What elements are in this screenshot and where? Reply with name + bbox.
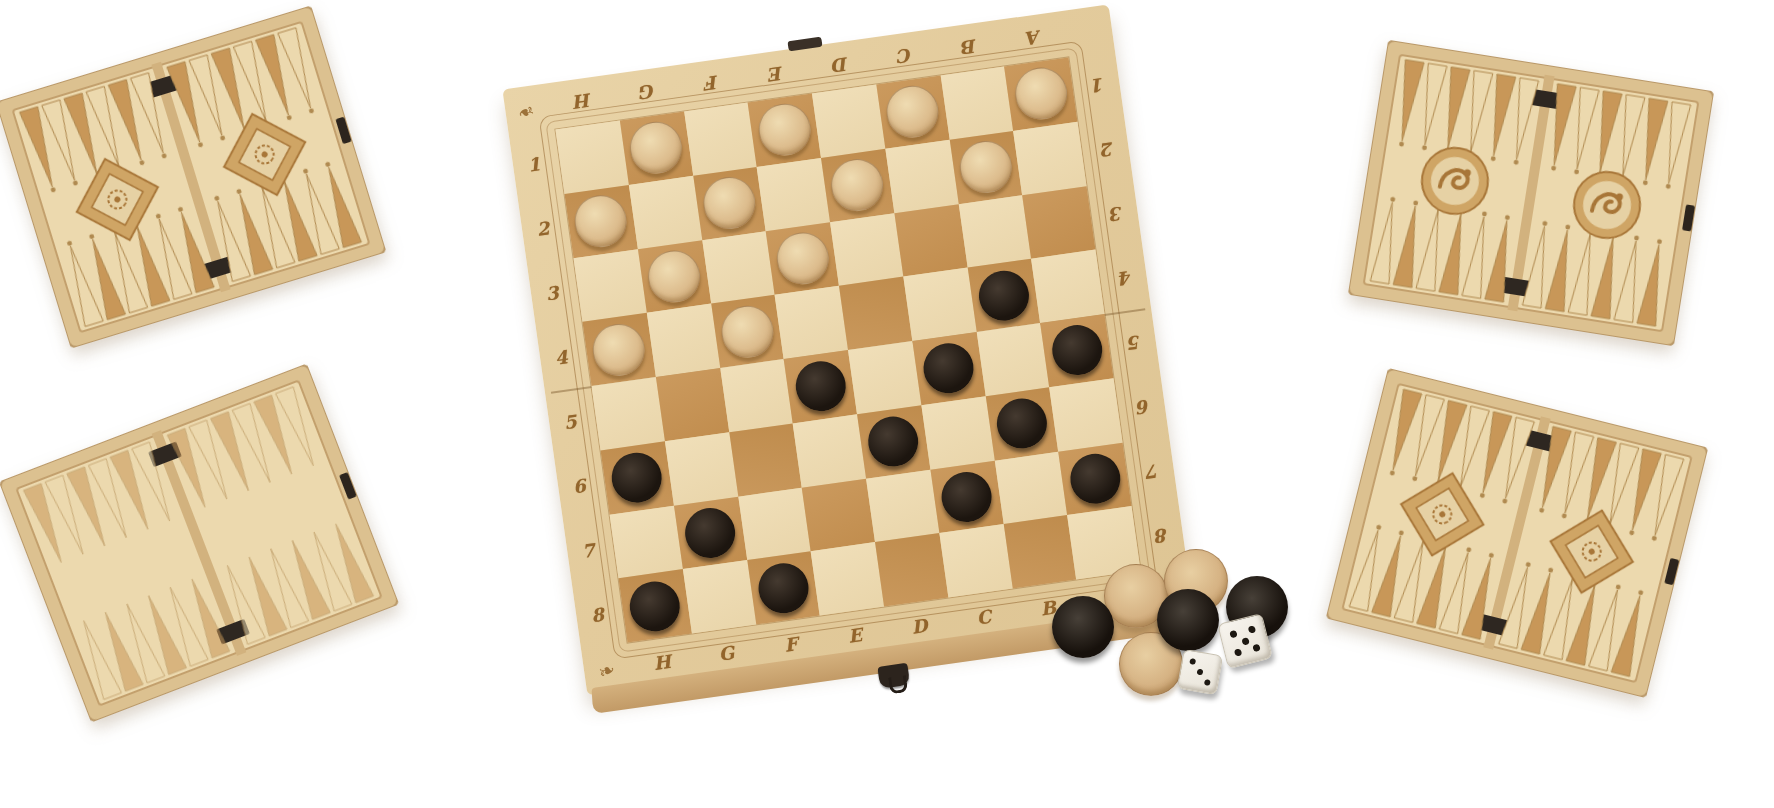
board-square [967,259,1040,332]
checker-light [572,192,631,251]
board-square [738,487,811,560]
backgammon-board-top-left [0,5,387,348]
board-square [812,85,885,158]
die-pip [1197,669,1204,676]
board-square [1058,442,1131,515]
corner-flourish-icon: ❧ [513,98,539,127]
checker-light [883,83,942,142]
rank-label: 6 [558,452,601,521]
checker-light [718,302,777,361]
rank-label: 2 [1086,115,1129,184]
checker-dark [1067,451,1123,507]
board-square [1031,250,1104,323]
board-square [784,350,857,423]
board-square [921,396,994,469]
clasp-icon [877,663,910,689]
board-square [610,505,683,578]
rank-label: 1 [1077,51,1120,120]
checker-dark [682,505,738,561]
board-square [802,478,875,551]
checker-light [700,174,759,233]
board-square [573,249,646,322]
rank-label: 3 [531,259,574,328]
rank-label: 2 [522,194,565,263]
product-photo-stage: HGFEDCBAHGFEDCBA1234567812345678 ❧ ❧ [0,0,1774,808]
checker-light [627,119,686,178]
checker-dark [792,358,848,414]
board-square [601,441,674,514]
board-square [839,277,912,350]
rank-label: 4 [540,323,583,392]
checker-light [645,247,704,306]
board-square [619,569,692,642]
file-label: D [807,47,875,82]
hinge-icon [787,37,822,52]
board-square [958,195,1031,268]
die [1177,649,1223,695]
checker-dark [609,449,665,505]
corner-flourish-icon: ❧ [594,656,619,685]
board-square [894,204,967,277]
board-square [848,341,921,414]
board-square [766,222,839,295]
board-square [903,268,976,341]
board-square [949,131,1022,204]
board-square [930,460,1003,533]
rank-label: 7 [1131,437,1174,506]
board-square [711,295,784,368]
checker-light [590,320,649,379]
board-square [811,542,884,615]
board-square [647,304,720,377]
board-square [1049,378,1122,451]
board-square [564,185,637,258]
file-label: B [935,29,1003,64]
checker-dark [865,413,921,469]
board-square [665,432,738,505]
file-label: H [549,83,617,118]
board-square [629,176,702,249]
backgammon-board-bottom-left [0,363,399,722]
checker-light [1012,65,1071,124]
backgammon-board-bottom-right [1326,368,1709,698]
board-square [748,94,821,167]
board-square [729,423,802,496]
board-square [555,121,628,194]
board-square [976,323,1049,396]
die-pip [1234,648,1242,656]
board-square [684,103,757,176]
checker-dark [627,578,683,634]
board-square [912,332,985,405]
board-square [1004,57,1077,130]
board-square [720,359,793,432]
rank-label: 4 [1104,244,1147,313]
die-pip [1204,679,1211,686]
file-label: A [1000,20,1068,55]
checker-dark [755,560,811,616]
backgammon-board-top-right [1348,40,1714,346]
die-pip [1248,625,1256,633]
board-square [747,551,820,624]
file-label: F [678,65,746,100]
checker-dark [938,469,994,525]
checker-light [828,156,887,215]
board-square [876,75,949,148]
checker-light [755,101,814,160]
checkers-board: HGFEDCBAHGFEDCBA1234567812345678 ❧ ❧ [502,4,1193,695]
board-square [1022,186,1095,259]
board-square [875,533,948,606]
rank-label: 5 [549,387,592,456]
board-square [985,387,1058,460]
board-grid [554,56,1141,643]
file-label: E [742,56,810,91]
board-square [656,368,729,441]
board-square [757,158,830,231]
board-square [939,524,1012,597]
board-square [693,167,766,240]
board-square [638,240,711,313]
checker-dark [994,395,1050,451]
board-square [683,560,756,633]
board-square [1003,515,1076,588]
board-square [1040,314,1113,387]
rank-label: 3 [1095,179,1138,248]
spare-checker-dark [1157,589,1219,651]
board-square [702,231,775,304]
board-square [821,149,894,222]
rank-label: 5 [1113,308,1156,377]
board-square [592,377,665,450]
board-square [994,451,1067,524]
file-label: C [871,38,939,73]
rank-label: 6 [1122,372,1165,441]
board-square [857,405,930,478]
rank-label: 8 [576,580,619,649]
checker-light [773,229,832,288]
board-square [793,414,866,487]
board-square [940,66,1013,139]
die-pip [1189,658,1196,665]
checker-dark [976,267,1032,323]
checker-dark [920,340,976,396]
rank-label: 1 [513,130,556,199]
spare-checker-dark [1052,596,1114,658]
board-square [674,496,747,569]
die-pip [1241,637,1249,645]
rank-label: 7 [567,516,610,585]
checker-dark [1049,322,1105,378]
board-square [620,112,693,185]
file-label: G [614,74,682,109]
board-square [830,213,903,286]
board-square [885,140,958,213]
board-square [866,469,939,542]
die-pip [1252,644,1260,652]
board-square [1013,122,1086,195]
die-pip [1229,630,1237,638]
board-square [583,313,656,386]
checker-light [956,138,1015,197]
board-square [775,286,848,359]
